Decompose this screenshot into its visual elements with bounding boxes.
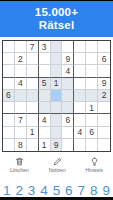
cell-r1c6[interactable] [62, 41, 74, 53]
cell-r3c1[interactable] [3, 65, 15, 77]
cell-r5c6[interactable] [62, 90, 74, 102]
cell-r7c3[interactable] [27, 114, 39, 126]
cell-r8c3[interactable]: 1 [27, 127, 39, 139]
cell-r6c6[interactable] [62, 102, 74, 114]
cell-r1c8[interactable] [86, 41, 98, 53]
cell-r5c2[interactable] [15, 90, 27, 102]
toolbar: LöschenNotizenHinweis [0, 152, 113, 182]
cell-r7c6[interactable]: 6 [62, 114, 74, 126]
cell-r5c9[interactable]: 2 [98, 90, 110, 102]
cell-r1c1[interactable] [3, 41, 15, 53]
cell-r4c8[interactable] [86, 78, 98, 90]
cell-r8c1[interactable] [3, 127, 15, 139]
cell-r7c7[interactable] [74, 114, 86, 126]
numpad-key-7[interactable]: 7 [78, 184, 86, 198]
cell-r4c2[interactable]: 4 [15, 78, 27, 90]
cell-r8c6[interactable] [62, 127, 74, 139]
hinweis-button[interactable]: Hinweis [86, 157, 104, 173]
cell-r9c8[interactable] [86, 139, 98, 151]
cell-r6c5[interactable] [51, 102, 63, 114]
cell-r7c4[interactable]: 4 [39, 114, 51, 126]
cell-r2c1[interactable] [3, 53, 15, 65]
cell-r2c3[interactable] [27, 53, 39, 65]
cell-r5c5[interactable] [51, 90, 63, 102]
cell-r6c1[interactable] [3, 102, 15, 114]
cell-r5c3[interactable] [27, 90, 39, 102]
cell-r9c4[interactable]: 1 [39, 139, 51, 151]
notizen-button[interactable]: Notizen [49, 157, 66, 173]
cell-r5c1[interactable]: 6 [3, 90, 15, 102]
cell-r8c4[interactable] [39, 127, 51, 139]
screen-bottom-edge [0, 197, 113, 200]
promo-banner[interactable]: 15.000+ Rätsel [0, 1, 113, 37]
numpad-key-6[interactable]: 6 [65, 184, 73, 198]
cell-r6c8[interactable]: 1 [86, 102, 98, 114]
numpad-key-8[interactable]: 8 [90, 184, 98, 198]
cell-r3c9[interactable] [98, 65, 110, 77]
numpad-key-2[interactable]: 2 [15, 184, 23, 198]
cell-r9c1[interactable] [3, 139, 15, 151]
cell-r6c7[interactable] [74, 102, 86, 114]
numpad-key-4[interactable]: 4 [40, 184, 48, 198]
cell-r9c7[interactable] [74, 139, 86, 151]
cell-r3c5[interactable] [51, 65, 63, 77]
cell-r8c9[interactable] [98, 127, 110, 139]
cell-r4c1[interactable] [3, 78, 15, 90]
cell-r7c2[interactable]: 7 [15, 114, 27, 126]
numpad-key-9[interactable]: 9 [102, 184, 110, 198]
lightbulb-icon [90, 157, 99, 166]
pencil-icon [53, 157, 62, 166]
cell-r7c8[interactable] [86, 114, 98, 126]
cell-r3c3[interactable] [27, 65, 39, 77]
board-area: 7329644519621746146819 [2, 40, 111, 152]
cell-r4c3[interactable] [27, 78, 39, 90]
cell-r5c7[interactable] [74, 90, 86, 102]
cell-r2c6[interactable]: 9 [62, 53, 74, 65]
cell-r4c5[interactable]: 1 [51, 78, 63, 90]
tool-label: Hinweis [86, 167, 104, 173]
banner-line1: 15.000+ [35, 6, 78, 19]
cell-r7c1[interactable] [3, 114, 15, 126]
cell-r7c9[interactable] [98, 114, 110, 126]
cell-r4c7[interactable] [74, 78, 86, 90]
cell-r9c6[interactable] [62, 139, 74, 151]
cell-r5c4[interactable] [39, 90, 51, 102]
cell-r2c7[interactable] [74, 53, 86, 65]
cell-r8c8[interactable]: 6 [86, 127, 98, 139]
trash-icon [15, 157, 24, 166]
tool-label: Notizen [49, 167, 66, 173]
cell-r9c9[interactable] [98, 139, 110, 151]
cell-r3c4[interactable] [39, 65, 51, 77]
cell-r2c5[interactable] [51, 53, 63, 65]
cell-r3c8[interactable] [86, 65, 98, 77]
numpad-key-1[interactable]: 1 [3, 184, 11, 198]
cell-r6c3[interactable] [27, 102, 39, 114]
cell-r8c2[interactable] [15, 127, 27, 139]
cell-r4c6[interactable] [62, 78, 74, 90]
cell-r1c3[interactable]: 7 [27, 41, 39, 53]
numpad-key-5[interactable]: 5 [53, 184, 61, 198]
cell-r9c5[interactable]: 9 [51, 139, 63, 151]
cell-r2c8[interactable] [86, 53, 98, 65]
cell-r1c7[interactable] [74, 41, 86, 53]
cell-r1c4[interactable]: 3 [39, 41, 51, 53]
cell-r6c9[interactable] [98, 102, 110, 114]
cell-r3c7[interactable] [74, 65, 86, 77]
cell-r3c6[interactable]: 4 [62, 65, 74, 77]
cell-r5c8[interactable] [86, 90, 98, 102]
sudoku-board: 7329644519621746146819 [2, 40, 111, 152]
cell-r1c2[interactable] [15, 41, 27, 53]
cell-r6c4[interactable] [39, 102, 51, 114]
cell-r8c5[interactable] [51, 127, 63, 139]
tool-label: Löschen [10, 167, 29, 173]
cell-r1c5[interactable] [51, 41, 63, 53]
cell-r6c2[interactable] [15, 102, 27, 114]
banner-line2: Rätsel [39, 19, 75, 32]
cell-r7c5[interactable] [51, 114, 63, 126]
cell-r1c9[interactable] [98, 41, 110, 53]
cell-r2c2[interactable]: 2 [15, 53, 27, 65]
cell-r2c4[interactable] [39, 53, 51, 65]
löschen-button[interactable]: Löschen [10, 157, 29, 173]
cell-r2c9[interactable]: 6 [98, 53, 110, 65]
numpad-key-3[interactable]: 3 [28, 184, 36, 198]
cell-r4c9[interactable]: 9 [98, 78, 110, 90]
cell-r4c4[interactable]: 5 [39, 78, 51, 90]
cell-r8c7[interactable]: 4 [74, 127, 86, 139]
cell-r3c2[interactable] [15, 65, 27, 77]
cell-r9c3[interactable] [27, 139, 39, 151]
cell-r9c2[interactable]: 8 [15, 139, 27, 151]
